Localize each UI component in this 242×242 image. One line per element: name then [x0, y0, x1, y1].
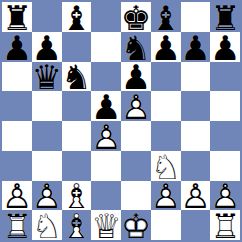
piece-black-pawn[interactable]: ♟: [151, 32, 181, 62]
black-knight-glyph: ♞: [62, 63, 92, 93]
square-e4[interactable]: [121, 121, 151, 151]
square-d1[interactable]: ♛♕: [91, 210, 121, 240]
white-rook-outline-glyph: ♖: [210, 211, 240, 241]
white-pawn-outline-glyph: ♙: [91, 122, 121, 152]
black-pawn-glyph: ♟: [210, 33, 240, 63]
square-c1[interactable]: ♝♗: [62, 210, 92, 240]
piece-black-bishop[interactable]: ♝: [62, 2, 92, 32]
black-pawn-glyph: ♟: [151, 33, 181, 63]
square-a7[interactable]: ♟: [2, 32, 32, 62]
piece-black-pawn[interactable]: ♟: [210, 32, 240, 62]
piece-white-pawn[interactable]: ♟♙: [91, 121, 121, 151]
square-f7[interactable]: ♟: [151, 32, 181, 62]
black-bishop-glyph: ♝: [62, 3, 92, 33]
square-e5[interactable]: ♟♙: [121, 91, 151, 121]
piece-black-queen[interactable]: ♛: [32, 62, 62, 92]
piece-black-knight[interactable]: ♞: [62, 62, 92, 92]
square-c8[interactable]: ♝: [62, 2, 92, 32]
square-b4[interactable]: [32, 121, 62, 151]
square-g4[interactable]: [181, 121, 211, 151]
square-f1[interactable]: [151, 210, 181, 240]
square-d3[interactable]: [91, 151, 121, 181]
white-pawn-outline-glyph: ♙: [181, 182, 211, 212]
square-b6[interactable]: ♛: [32, 62, 62, 92]
square-h5[interactable]: [210, 91, 240, 121]
piece-black-pawn[interactable]: ♟: [181, 32, 211, 62]
white-bishop-outline-glyph: ♗: [62, 211, 92, 241]
black-pawn-glyph: ♟: [2, 33, 32, 63]
square-g1[interactable]: [181, 210, 211, 240]
white-king-outline-glyph: ♔: [121, 211, 151, 241]
square-d8[interactable]: [91, 2, 121, 32]
white-knight-outline-glyph: ♘: [32, 211, 62, 241]
square-d4[interactable]: ♟♙: [91, 121, 121, 151]
piece-white-king[interactable]: ♚♔: [121, 210, 151, 240]
square-f5[interactable]: [151, 91, 181, 121]
square-h1[interactable]: ♜♖: [210, 210, 240, 240]
chess-board: ♜♝♚♝♜♟♟♞♟♟♟♛♞♟♟♟♙♟♙♞♘♟♙♟♙♝♗♟♙♟♙♟♙♜♖♞♘♝♗♛…: [0, 0, 242, 242]
piece-black-pawn[interactable]: ♟: [2, 32, 32, 62]
square-a6[interactable]: [2, 62, 32, 92]
square-a1[interactable]: ♜♖: [2, 210, 32, 240]
piece-white-pawn[interactable]: ♟♙: [151, 181, 181, 211]
square-g6[interactable]: [181, 62, 211, 92]
square-h7[interactable]: ♟: [210, 32, 240, 62]
square-b5[interactable]: [32, 91, 62, 121]
piece-white-rook[interactable]: ♜♖: [2, 210, 32, 240]
square-e1[interactable]: ♚♔: [121, 210, 151, 240]
square-g5[interactable]: [181, 91, 211, 121]
white-queen-outline-glyph: ♕: [91, 211, 121, 241]
square-d7[interactable]: [91, 32, 121, 62]
white-pawn-outline-glyph: ♙: [121, 92, 151, 122]
square-e3[interactable]: [121, 151, 151, 181]
white-rook-outline-glyph: ♖: [2, 211, 32, 241]
piece-white-pawn[interactable]: ♟♙: [181, 181, 211, 211]
square-f2[interactable]: ♟♙: [151, 181, 181, 211]
square-c5[interactable]: [62, 91, 92, 121]
square-a4[interactable]: [2, 121, 32, 151]
piece-white-knight[interactable]: ♞♘: [32, 210, 62, 240]
square-g7[interactable]: ♟: [181, 32, 211, 62]
piece-white-pawn[interactable]: ♟♙: [121, 91, 151, 121]
square-c6[interactable]: ♞: [62, 62, 92, 92]
square-g2[interactable]: ♟♙: [181, 181, 211, 211]
piece-white-rook[interactable]: ♜♖: [210, 210, 240, 240]
square-f6[interactable]: [151, 62, 181, 92]
square-c4[interactable]: [62, 121, 92, 151]
black-pawn-glyph: ♟: [181, 33, 211, 63]
black-queen-glyph: ♛: [32, 63, 62, 93]
square-b1[interactable]: ♞♘: [32, 210, 62, 240]
piece-white-bishop[interactable]: ♝♗: [62, 210, 92, 240]
white-pawn-outline-glyph: ♙: [151, 182, 181, 212]
square-a5[interactable]: [2, 91, 32, 121]
piece-white-queen[interactable]: ♛♕: [91, 210, 121, 240]
square-h4[interactable]: [210, 121, 240, 151]
square-h6[interactable]: [210, 62, 240, 92]
